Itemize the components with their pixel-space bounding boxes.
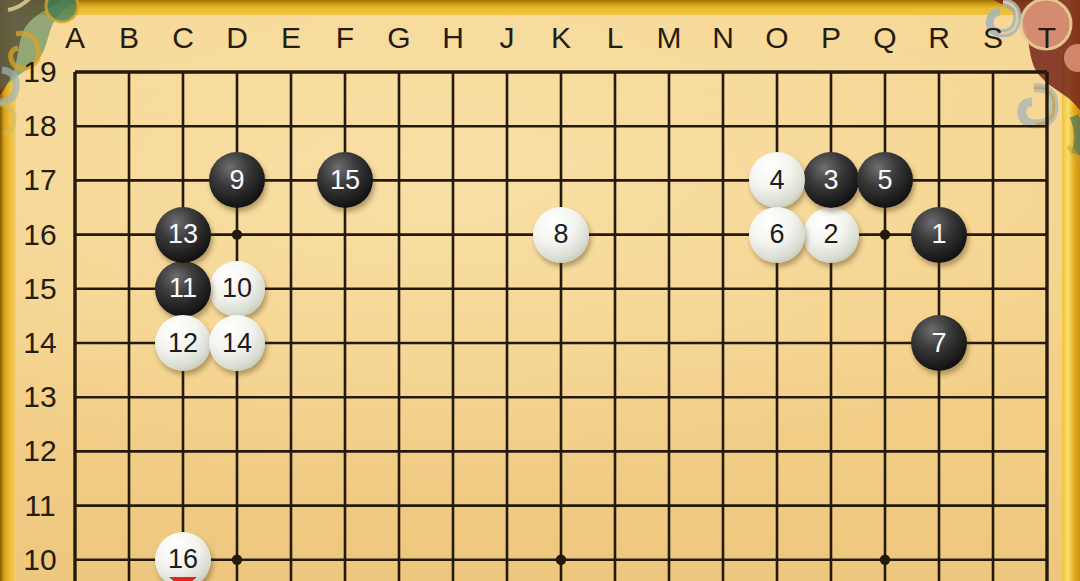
col-label-B: B: [119, 23, 139, 53]
stone-move-number: 9: [229, 167, 244, 194]
stone-move-number: 15: [330, 167, 360, 194]
col-label-T: T: [1038, 23, 1056, 53]
last-move-marker-icon: [169, 577, 197, 581]
star-point-Q10: [880, 555, 890, 565]
row-label-12: 12: [23, 436, 56, 466]
go-app-screen: ABCDEFGHJKLMNOPQRST19181716151413121110 …: [0, 0, 1080, 581]
row-label-13: 13: [23, 382, 56, 412]
stone-move-number: 16: [168, 546, 198, 573]
stone-move-number: 1: [931, 221, 946, 248]
stone-white-10-D15: 10: [209, 261, 265, 317]
col-label-F: F: [336, 23, 354, 53]
row-label-11: 11: [24, 491, 55, 521]
col-label-Q: Q: [873, 23, 896, 53]
stone-white-6-O16: 6: [749, 207, 805, 263]
row-label-19: 19: [23, 57, 56, 87]
star-point-D16: [232, 229, 242, 239]
star-point-D10: [232, 555, 242, 565]
star-point-K10: [556, 555, 566, 565]
stone-move-number: 12: [168, 330, 198, 357]
row-label-16: 16: [23, 220, 56, 250]
col-label-G: G: [387, 23, 410, 53]
col-label-E: E: [281, 23, 301, 53]
stone-black-3-P17: 3: [803, 152, 859, 208]
stone-move-number: 5: [877, 167, 892, 194]
col-label-L: L: [607, 23, 624, 53]
col-label-C: C: [172, 23, 194, 53]
stone-black-13-C16: 13: [155, 207, 211, 263]
star-point-Q16: [880, 229, 890, 239]
stone-move-number: 4: [769, 167, 784, 194]
col-label-P: P: [821, 23, 841, 53]
stone-white-16-C10: 16: [155, 532, 211, 581]
stone-move-number: 6: [769, 221, 784, 248]
stone-move-number: 13: [168, 221, 198, 248]
stone-white-2-P16: 2: [803, 207, 859, 263]
stone-black-5-Q17: 5: [857, 152, 913, 208]
row-label-15: 15: [23, 274, 56, 304]
stone-black-9-D17: 9: [209, 152, 265, 208]
col-label-A: A: [65, 23, 85, 53]
row-label-18: 18: [23, 111, 56, 141]
stone-move-number: 3: [823, 167, 838, 194]
col-label-R: R: [928, 23, 950, 53]
stone-move-number: 14: [222, 330, 252, 357]
stone-white-4-O17: 4: [749, 152, 805, 208]
col-label-N: N: [712, 23, 734, 53]
stone-black-11-C15: 11: [155, 261, 211, 317]
stone-move-number: 7: [931, 330, 946, 357]
row-label-10: 10: [23, 545, 56, 575]
stone-black-15-F17: 15: [317, 152, 373, 208]
stone-black-7-R14: 7: [911, 315, 967, 371]
stone-move-number: 10: [222, 275, 252, 302]
col-label-D: D: [226, 23, 248, 53]
stone-move-number: 2: [823, 221, 838, 248]
stone-white-12-C14: 12: [155, 315, 211, 371]
col-label-S: S: [983, 23, 1003, 53]
stone-black-1-R16: 1: [911, 207, 967, 263]
stone-move-number: 11: [169, 275, 197, 302]
col-label-O: O: [765, 23, 788, 53]
col-label-M: M: [657, 23, 682, 53]
stone-white-8-K16: 8: [533, 207, 589, 263]
stone-white-14-D14: 14: [209, 315, 265, 371]
stone-move-number: 8: [553, 221, 568, 248]
row-label-17: 17: [23, 165, 56, 195]
row-label-14: 14: [23, 328, 56, 358]
col-label-K: K: [551, 23, 571, 53]
col-label-J: J: [500, 23, 515, 53]
col-label-H: H: [442, 23, 464, 53]
